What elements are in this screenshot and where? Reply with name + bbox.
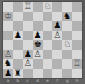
square-b3[interactable] bbox=[13, 50, 23, 60]
black-pawn-a1: ♟ bbox=[4, 69, 12, 78]
black-pawn-f6: ♟ bbox=[53, 21, 61, 30]
square-c2[interactable]: ♙ bbox=[23, 59, 33, 69]
square-a1[interactable]: ♟ bbox=[3, 69, 13, 79]
square-b2[interactable] bbox=[13, 59, 23, 69]
square-a6[interactable] bbox=[3, 21, 13, 31]
white-rook-h2: ♖ bbox=[73, 59, 81, 68]
black-knight-a2: ♞ bbox=[4, 59, 12, 68]
square-e3[interactable] bbox=[43, 50, 53, 60]
file-label-a: a bbox=[3, 78, 13, 84]
square-f1[interactable] bbox=[52, 69, 62, 79]
square-e2[interactable] bbox=[43, 59, 53, 69]
square-e7[interactable] bbox=[43, 12, 53, 22]
square-e8[interactable]: ♘ bbox=[43, 2, 53, 12]
file-label-f: f bbox=[52, 78, 62, 84]
square-b7[interactable] bbox=[13, 12, 23, 22]
square-f7[interactable] bbox=[52, 12, 62, 22]
square-h6[interactable] bbox=[72, 21, 82, 31]
chess-diagram: ♖♘♔♞♟♟♟♙♚♘♙♟♙♞♙♖♟♜ abcdefgh bbox=[0, 0, 85, 84]
square-e4[interactable] bbox=[43, 40, 53, 50]
white-rook-c8: ♖ bbox=[24, 2, 32, 11]
white-knight-g4: ♘ bbox=[63, 40, 71, 49]
black-pawn-c3: ♟ bbox=[24, 50, 32, 59]
white-pawn-a3: ♙ bbox=[4, 50, 12, 59]
white-king-a7: ♔ bbox=[4, 12, 12, 21]
square-h3[interactable] bbox=[72, 50, 82, 60]
file-label-d: d bbox=[33, 78, 43, 84]
black-knight-g7: ♞ bbox=[63, 12, 71, 21]
square-a3[interactable]: ♙ bbox=[3, 50, 13, 60]
white-pawn-f5: ♙ bbox=[53, 31, 61, 40]
square-b6[interactable] bbox=[13, 21, 23, 31]
white-pawn-d3: ♙ bbox=[34, 50, 42, 59]
square-h8[interactable] bbox=[72, 2, 82, 12]
square-g2[interactable] bbox=[62, 59, 72, 69]
white-pawn-c2: ♙ bbox=[24, 59, 32, 68]
square-a5[interactable] bbox=[3, 31, 13, 41]
square-c8[interactable]: ♖ bbox=[23, 2, 33, 12]
square-a8[interactable] bbox=[3, 2, 13, 12]
square-f6[interactable]: ♟ bbox=[52, 21, 62, 31]
black-king-d4: ♚ bbox=[34, 40, 42, 49]
square-h7[interactable] bbox=[72, 12, 82, 22]
square-e6[interactable] bbox=[43, 21, 53, 31]
black-pawn-d5: ♟ bbox=[34, 31, 42, 40]
square-d3[interactable]: ♙ bbox=[33, 50, 43, 60]
square-c6[interactable] bbox=[23, 21, 33, 31]
square-f4[interactable] bbox=[52, 40, 62, 50]
square-g6[interactable] bbox=[62, 21, 72, 31]
square-c5[interactable] bbox=[23, 31, 33, 41]
square-g5[interactable] bbox=[62, 31, 72, 41]
file-label-g: g bbox=[62, 78, 72, 84]
file-label-c: c bbox=[23, 78, 33, 84]
square-b4[interactable] bbox=[13, 40, 23, 50]
black-rook-b1: ♜ bbox=[14, 69, 22, 78]
white-knight-e8: ♘ bbox=[43, 2, 51, 11]
square-f3[interactable] bbox=[52, 50, 62, 60]
square-g4[interactable]: ♘ bbox=[62, 40, 72, 50]
square-c3[interactable]: ♟ bbox=[23, 50, 33, 60]
square-h2[interactable]: ♖ bbox=[72, 59, 82, 69]
square-d1[interactable] bbox=[33, 69, 43, 79]
square-c7[interactable] bbox=[23, 12, 33, 22]
square-d5[interactable]: ♟ bbox=[33, 31, 43, 41]
black-pawn-b5: ♟ bbox=[14, 31, 22, 40]
file-coordinates: abcdefgh bbox=[3, 78, 82, 84]
square-d4[interactable]: ♚ bbox=[33, 40, 43, 50]
square-h1[interactable] bbox=[72, 69, 82, 79]
square-c4[interactable] bbox=[23, 40, 33, 50]
square-d7[interactable] bbox=[33, 12, 43, 22]
square-h4[interactable] bbox=[72, 40, 82, 50]
file-label-e: e bbox=[43, 78, 53, 84]
file-label-b: b bbox=[13, 78, 23, 84]
square-a2[interactable]: ♞ bbox=[3, 59, 13, 69]
square-f2[interactable] bbox=[52, 59, 62, 69]
chess-board: ♖♘♔♞♟♟♟♙♚♘♙♟♙♞♙♖♟♜ bbox=[3, 2, 82, 78]
square-c1[interactable] bbox=[23, 69, 33, 79]
file-label-h: h bbox=[72, 78, 82, 84]
square-e5[interactable] bbox=[43, 31, 53, 41]
square-b1[interactable]: ♜ bbox=[13, 69, 23, 79]
square-g7[interactable]: ♞ bbox=[62, 12, 72, 22]
square-b5[interactable]: ♟ bbox=[13, 31, 23, 41]
square-e1[interactable] bbox=[43, 69, 53, 79]
square-g1[interactable] bbox=[62, 69, 72, 79]
square-g3[interactable] bbox=[62, 50, 72, 60]
square-d6[interactable] bbox=[33, 21, 43, 31]
square-h5[interactable] bbox=[72, 31, 82, 41]
square-f8[interactable] bbox=[52, 2, 62, 12]
square-f5[interactable]: ♙ bbox=[52, 31, 62, 41]
square-a4[interactable] bbox=[3, 40, 13, 50]
square-a7[interactable]: ♔ bbox=[3, 12, 13, 22]
square-g8[interactable] bbox=[62, 2, 72, 12]
square-d2[interactable] bbox=[33, 59, 43, 69]
square-b8[interactable] bbox=[13, 2, 23, 12]
square-d8[interactable] bbox=[33, 2, 43, 12]
